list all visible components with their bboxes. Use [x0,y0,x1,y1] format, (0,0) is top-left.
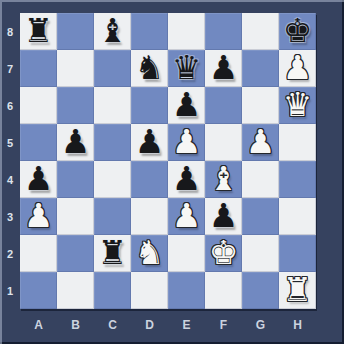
square-h2[interactable] [279,235,316,272]
white-pawn[interactable]: ♟ [246,125,276,158]
square-a7[interactable] [20,50,57,87]
square-a1[interactable] [20,272,57,309]
square-g1[interactable] [242,272,279,309]
white-pawn[interactable]: ♟ [283,51,313,84]
square-c8[interactable]: ♝ [94,13,131,50]
square-a8[interactable]: ♜ [20,13,57,50]
square-e5[interactable]: ♟ [168,124,205,161]
file-label-c: C [94,312,131,338]
square-c4[interactable] [94,161,131,198]
black-pawn[interactable]: ♟ [172,88,202,121]
square-d8[interactable] [131,13,168,50]
square-g4[interactable] [242,161,279,198]
rank-label-4: 4 [0,161,20,198]
square-c2[interactable]: ♜ [94,235,131,272]
file-label-b: B [57,312,94,338]
file-labels: ABCDEFGH [20,312,316,338]
square-a5[interactable] [20,124,57,161]
square-e6[interactable]: ♟ [168,87,205,124]
square-c3[interactable] [94,198,131,235]
square-e8[interactable] [168,13,205,50]
square-e3[interactable]: ♟ [168,198,205,235]
square-f6[interactable] [205,87,242,124]
white-queen[interactable]: ♛ [283,88,313,121]
square-d7[interactable]: ♞ [131,50,168,87]
file-label-f: F [205,312,242,338]
black-pawn[interactable]: ♟ [209,51,239,84]
black-queen[interactable]: ♛ [172,51,202,84]
square-d3[interactable] [131,198,168,235]
square-c5[interactable] [94,124,131,161]
file-label-d: D [131,312,168,338]
square-b7[interactable] [57,50,94,87]
white-bishop[interactable]: ♝ [209,162,239,195]
square-a2[interactable] [20,235,57,272]
black-king[interactable]: ♚ [283,14,313,47]
rank-label-2: 2 [0,235,20,272]
square-f3[interactable]: ♟ [205,198,242,235]
square-a3[interactable]: ♟ [20,198,57,235]
square-e2[interactable] [168,235,205,272]
file-label-h: H [279,312,316,338]
square-h3[interactable] [279,198,316,235]
square-f7[interactable]: ♟ [205,50,242,87]
square-g6[interactable] [242,87,279,124]
square-f4[interactable]: ♝ [205,161,242,198]
square-d4[interactable] [131,161,168,198]
black-pawn[interactable]: ♟ [209,199,239,232]
black-rook[interactable]: ♜ [98,236,128,269]
square-d1[interactable] [131,272,168,309]
white-rook[interactable]: ♜ [283,273,313,306]
square-f1[interactable] [205,272,242,309]
file-label-a: A [20,312,57,338]
square-a4[interactable]: ♟ [20,161,57,198]
square-g5[interactable]: ♟ [242,124,279,161]
square-e7[interactable]: ♛ [168,50,205,87]
square-h4[interactable] [279,161,316,198]
square-d2[interactable]: ♞ [131,235,168,272]
square-d6[interactable] [131,87,168,124]
square-a6[interactable] [20,87,57,124]
square-b2[interactable] [57,235,94,272]
square-b8[interactable] [57,13,94,50]
square-b1[interactable] [57,272,94,309]
black-pawn[interactable]: ♟ [24,162,54,195]
rank-labels: 87654321 [0,13,20,309]
square-g3[interactable] [242,198,279,235]
black-pawn[interactable]: ♟ [135,125,165,158]
rank-label-6: 6 [0,87,20,124]
rank-label-7: 7 [0,50,20,87]
square-b3[interactable] [57,198,94,235]
square-h5[interactable] [279,124,316,161]
square-g7[interactable] [242,50,279,87]
square-b5[interactable]: ♟ [57,124,94,161]
square-b4[interactable] [57,161,94,198]
black-pawn[interactable]: ♟ [172,162,202,195]
square-b6[interactable] [57,87,94,124]
rank-label-3: 3 [0,198,20,235]
rank-label-5: 5 [0,124,20,161]
white-knight[interactable]: ♞ [135,236,165,269]
square-h8[interactable]: ♚ [279,13,316,50]
white-pawn[interactable]: ♟ [172,199,202,232]
square-c1[interactable] [94,272,131,309]
square-f5[interactable] [205,124,242,161]
square-c7[interactable] [94,50,131,87]
square-f2[interactable]: ♚ [205,235,242,272]
chessboard-frame: 87654321 ♜♝♚♞♛♟♟♟♛♟♟♟♟♟♟♝♟♟♟♜♞♚♜ ABCDEFG… [0,0,344,344]
square-f8[interactable] [205,13,242,50]
square-g8[interactable] [242,13,279,50]
black-pawn[interactable]: ♟ [61,125,91,158]
rank-label-8: 8 [0,13,20,50]
square-h7[interactable]: ♟ [279,50,316,87]
square-c6[interactable] [94,87,131,124]
square-e1[interactable] [168,272,205,309]
square-h6[interactable]: ♛ [279,87,316,124]
file-label-e: E [168,312,205,338]
black-knight[interactable]: ♞ [135,51,165,84]
rank-label-1: 1 [0,272,20,309]
square-e4[interactable]: ♟ [168,161,205,198]
square-h1[interactable]: ♜ [279,272,316,309]
white-king[interactable]: ♚ [209,236,239,269]
white-pawn[interactable]: ♟ [24,199,54,232]
white-pawn[interactable]: ♟ [172,125,202,158]
black-rook[interactable]: ♜ [24,14,54,47]
square-g2[interactable] [242,235,279,272]
square-d5[interactable]: ♟ [131,124,168,161]
file-label-g: G [242,312,279,338]
chess-board: ♜♝♚♞♛♟♟♟♛♟♟♟♟♟♟♝♟♟♟♜♞♚♜ [20,13,316,309]
black-bishop[interactable]: ♝ [98,14,128,47]
